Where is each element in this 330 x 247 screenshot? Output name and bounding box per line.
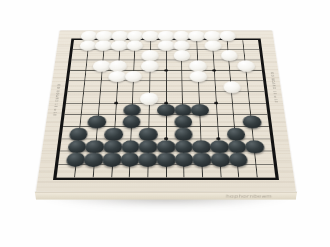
brand-text: hophornbeam	[226, 194, 273, 198]
black-stone	[174, 116, 192, 129]
black-stone	[174, 104, 192, 116]
black-stone	[85, 140, 105, 154]
black-stone	[243, 116, 263, 129]
black-stone	[210, 153, 230, 167]
board-face: GO BOARD 13×13 GO BOARD 13×13	[36, 31, 296, 192]
white-stone	[108, 71, 126, 82]
white-stone	[189, 60, 206, 71]
board-grid	[53, 38, 279, 180]
white-stone	[190, 71, 208, 82]
black-stone	[139, 128, 158, 141]
white-stone	[173, 50, 190, 61]
white-stone	[109, 60, 127, 71]
white-stone	[95, 40, 112, 50]
white-stone	[189, 31, 206, 41]
black-stone	[227, 140, 247, 154]
white-stone	[79, 40, 97, 50]
black-stone	[138, 153, 157, 167]
black-stone	[122, 116, 141, 129]
black-stone	[84, 153, 104, 167]
board-viewport: GO BOARD 13×13 GO BOARD 13×13 hophornbea…	[49, 0, 283, 220]
black-stone	[139, 140, 158, 154]
white-stone	[173, 40, 190, 50]
go-board: GO BOARD 13×13 GO BOARD 13×13 hophornbea…	[36, 31, 296, 192]
black-stone	[65, 153, 86, 167]
black-stone	[174, 128, 193, 141]
black-stone	[192, 140, 211, 154]
white-stone	[126, 40, 143, 50]
black-stone	[121, 140, 140, 154]
white-stone	[237, 60, 255, 71]
black-stone	[67, 140, 87, 154]
board-edge: hophornbeam	[35, 192, 297, 200]
black-stone	[156, 153, 175, 167]
black-stone	[123, 104, 141, 116]
black-stone	[174, 153, 193, 167]
white-stone	[221, 50, 239, 61]
white-stone	[141, 60, 158, 71]
white-stone	[142, 31, 158, 41]
black-stone	[87, 116, 106, 129]
black-stone	[210, 140, 230, 154]
black-stone	[157, 140, 176, 154]
black-stone	[192, 153, 212, 167]
white-stone	[158, 40, 175, 50]
black-stone	[68, 128, 88, 141]
side-text-left: GO BOARD 13×13	[52, 84, 61, 116]
white-stone	[219, 31, 236, 41]
white-stone	[110, 40, 127, 50]
black-stone	[174, 140, 193, 154]
white-stone	[204, 40, 221, 50]
black-stone	[102, 153, 122, 167]
white-stone	[142, 50, 159, 61]
white-stone	[140, 93, 158, 105]
photo-background: GO BOARD 13×13 GO BOARD 13×13 hophornbea…	[0, 0, 330, 247]
black-stone	[191, 104, 209, 116]
white-stone	[223, 82, 241, 94]
black-stone	[157, 104, 175, 116]
black-stone	[228, 153, 248, 167]
black-stone	[120, 153, 140, 167]
black-stone	[104, 128, 123, 141]
black-stone	[103, 140, 123, 154]
white-stone	[93, 60, 111, 71]
black-stone	[226, 128, 246, 141]
star-point	[164, 69, 167, 71]
white-stone	[125, 71, 143, 82]
star-point	[212, 69, 216, 71]
black-stone	[245, 140, 265, 154]
side-text-right: GO BOARD 13×13	[269, 72, 278, 103]
